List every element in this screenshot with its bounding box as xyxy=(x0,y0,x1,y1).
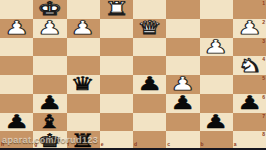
white-pawn-f2: ♟ xyxy=(70,21,95,35)
bottom-border xyxy=(0,148,266,150)
rank-label-5: 5 xyxy=(262,76,265,81)
square-d1 xyxy=(133,0,166,19)
white-rook-e1: ♜ xyxy=(104,3,129,17)
square-b7: ♟ xyxy=(200,113,233,132)
square-e7 xyxy=(100,113,133,132)
square-f7 xyxy=(67,113,100,132)
square-c7 xyxy=(166,113,199,132)
square-c6: ♟ xyxy=(166,94,199,113)
square-d3 xyxy=(133,38,166,57)
square-f6 xyxy=(67,94,100,113)
square-e2 xyxy=(100,19,133,38)
square-h4 xyxy=(0,56,33,75)
square-c2 xyxy=(166,19,199,38)
square-g3 xyxy=(33,38,66,57)
square-c3 xyxy=(166,38,199,57)
rank-label-6: 6 xyxy=(262,95,265,100)
square-f1 xyxy=(67,0,100,19)
square-a5 xyxy=(233,75,266,94)
square-f5: ♛ xyxy=(67,75,100,94)
white-pawn-g2: ♟ xyxy=(37,21,62,35)
file-label-e: e xyxy=(101,142,104,147)
black-bishop-g7: ♝ xyxy=(37,115,62,129)
square-g1: ♚ xyxy=(33,0,66,19)
white-pawn-h2: ♟ xyxy=(4,21,29,35)
rank-label-3: 3 xyxy=(262,39,265,44)
square-a4: ♞ xyxy=(233,56,266,75)
square-g6: ♟ xyxy=(33,94,66,113)
square-e4 xyxy=(100,56,133,75)
square-a3 xyxy=(233,38,266,57)
square-h2: ♟ xyxy=(0,19,33,38)
square-e6 xyxy=(100,94,133,113)
square-h6 xyxy=(0,94,33,113)
chess-board: ♚♜♟♟♟♛♟♟♞♛♟♟♟♟♟♟♝♟♚♜ xyxy=(0,0,266,150)
square-h3 xyxy=(0,38,33,57)
square-e3 xyxy=(100,38,133,57)
rank-label-7: 7 xyxy=(262,114,265,119)
square-g7: ♝ xyxy=(33,113,66,132)
rank-label-2: 2 xyxy=(262,20,265,25)
file-label-b: b xyxy=(201,142,204,147)
square-b3: ♟ xyxy=(200,38,233,57)
square-g4 xyxy=(33,56,66,75)
square-b4 xyxy=(200,56,233,75)
white-pawn-b3: ♟ xyxy=(203,40,228,54)
square-g2: ♟ xyxy=(33,19,66,38)
square-a1 xyxy=(233,0,266,19)
black-pawn-h7: ♟ xyxy=(4,115,29,129)
square-e1: ♜ xyxy=(100,0,133,19)
white-queen-d2: ♛ xyxy=(137,21,162,35)
white-knight-a4: ♞ xyxy=(237,59,262,73)
rank-label-1: 1 xyxy=(262,1,265,6)
square-d7 xyxy=(133,113,166,132)
square-f4 xyxy=(67,56,100,75)
square-b5 xyxy=(200,75,233,94)
black-pawn-g6: ♟ xyxy=(37,96,62,110)
square-h5 xyxy=(0,75,33,94)
black-pawn-a6: ♟ xyxy=(237,96,262,110)
square-b6 xyxy=(200,94,233,113)
rank-label-8: 8 xyxy=(262,132,265,137)
rank-label-4: 4 xyxy=(262,57,265,62)
file-label-a: a xyxy=(234,142,237,147)
square-c5: ♟ xyxy=(166,75,199,94)
square-d5: ♟ xyxy=(133,75,166,94)
black-queen-f5: ♛ xyxy=(70,78,95,92)
square-f2: ♟ xyxy=(67,19,100,38)
watermark-text: aparat.com/forud123 xyxy=(2,135,98,145)
square-a7 xyxy=(233,113,266,132)
file-label-d: d xyxy=(134,142,137,147)
square-d6 xyxy=(133,94,166,113)
white-pawn-a2: ♟ xyxy=(237,21,262,35)
black-pawn-d5: ♟ xyxy=(137,78,162,92)
square-e5 xyxy=(100,75,133,94)
square-d4 xyxy=(133,56,166,75)
square-c1 xyxy=(166,0,199,19)
black-pawn-b7: ♟ xyxy=(203,115,228,129)
square-a2: ♟ xyxy=(233,19,266,38)
square-b1 xyxy=(200,0,233,19)
square-a6: ♟ xyxy=(233,94,266,113)
black-pawn-c6: ♟ xyxy=(170,96,195,110)
chess-thumbnail: ♚♜♟♟♟♛♟♟♞♛♟♟♟♟♟♟♝♟♚♜ aparat.com/forud123… xyxy=(0,0,266,150)
square-f3 xyxy=(67,38,100,57)
white-king-g1: ♚ xyxy=(37,3,62,17)
square-d2: ♛ xyxy=(133,19,166,38)
square-g5 xyxy=(33,75,66,94)
square-h7: ♟ xyxy=(0,113,33,132)
white-pawn-c5: ♟ xyxy=(170,78,195,92)
square-h1 xyxy=(0,0,33,19)
square-c4 xyxy=(166,56,199,75)
square-b2 xyxy=(200,19,233,38)
file-label-c: c xyxy=(167,142,170,147)
